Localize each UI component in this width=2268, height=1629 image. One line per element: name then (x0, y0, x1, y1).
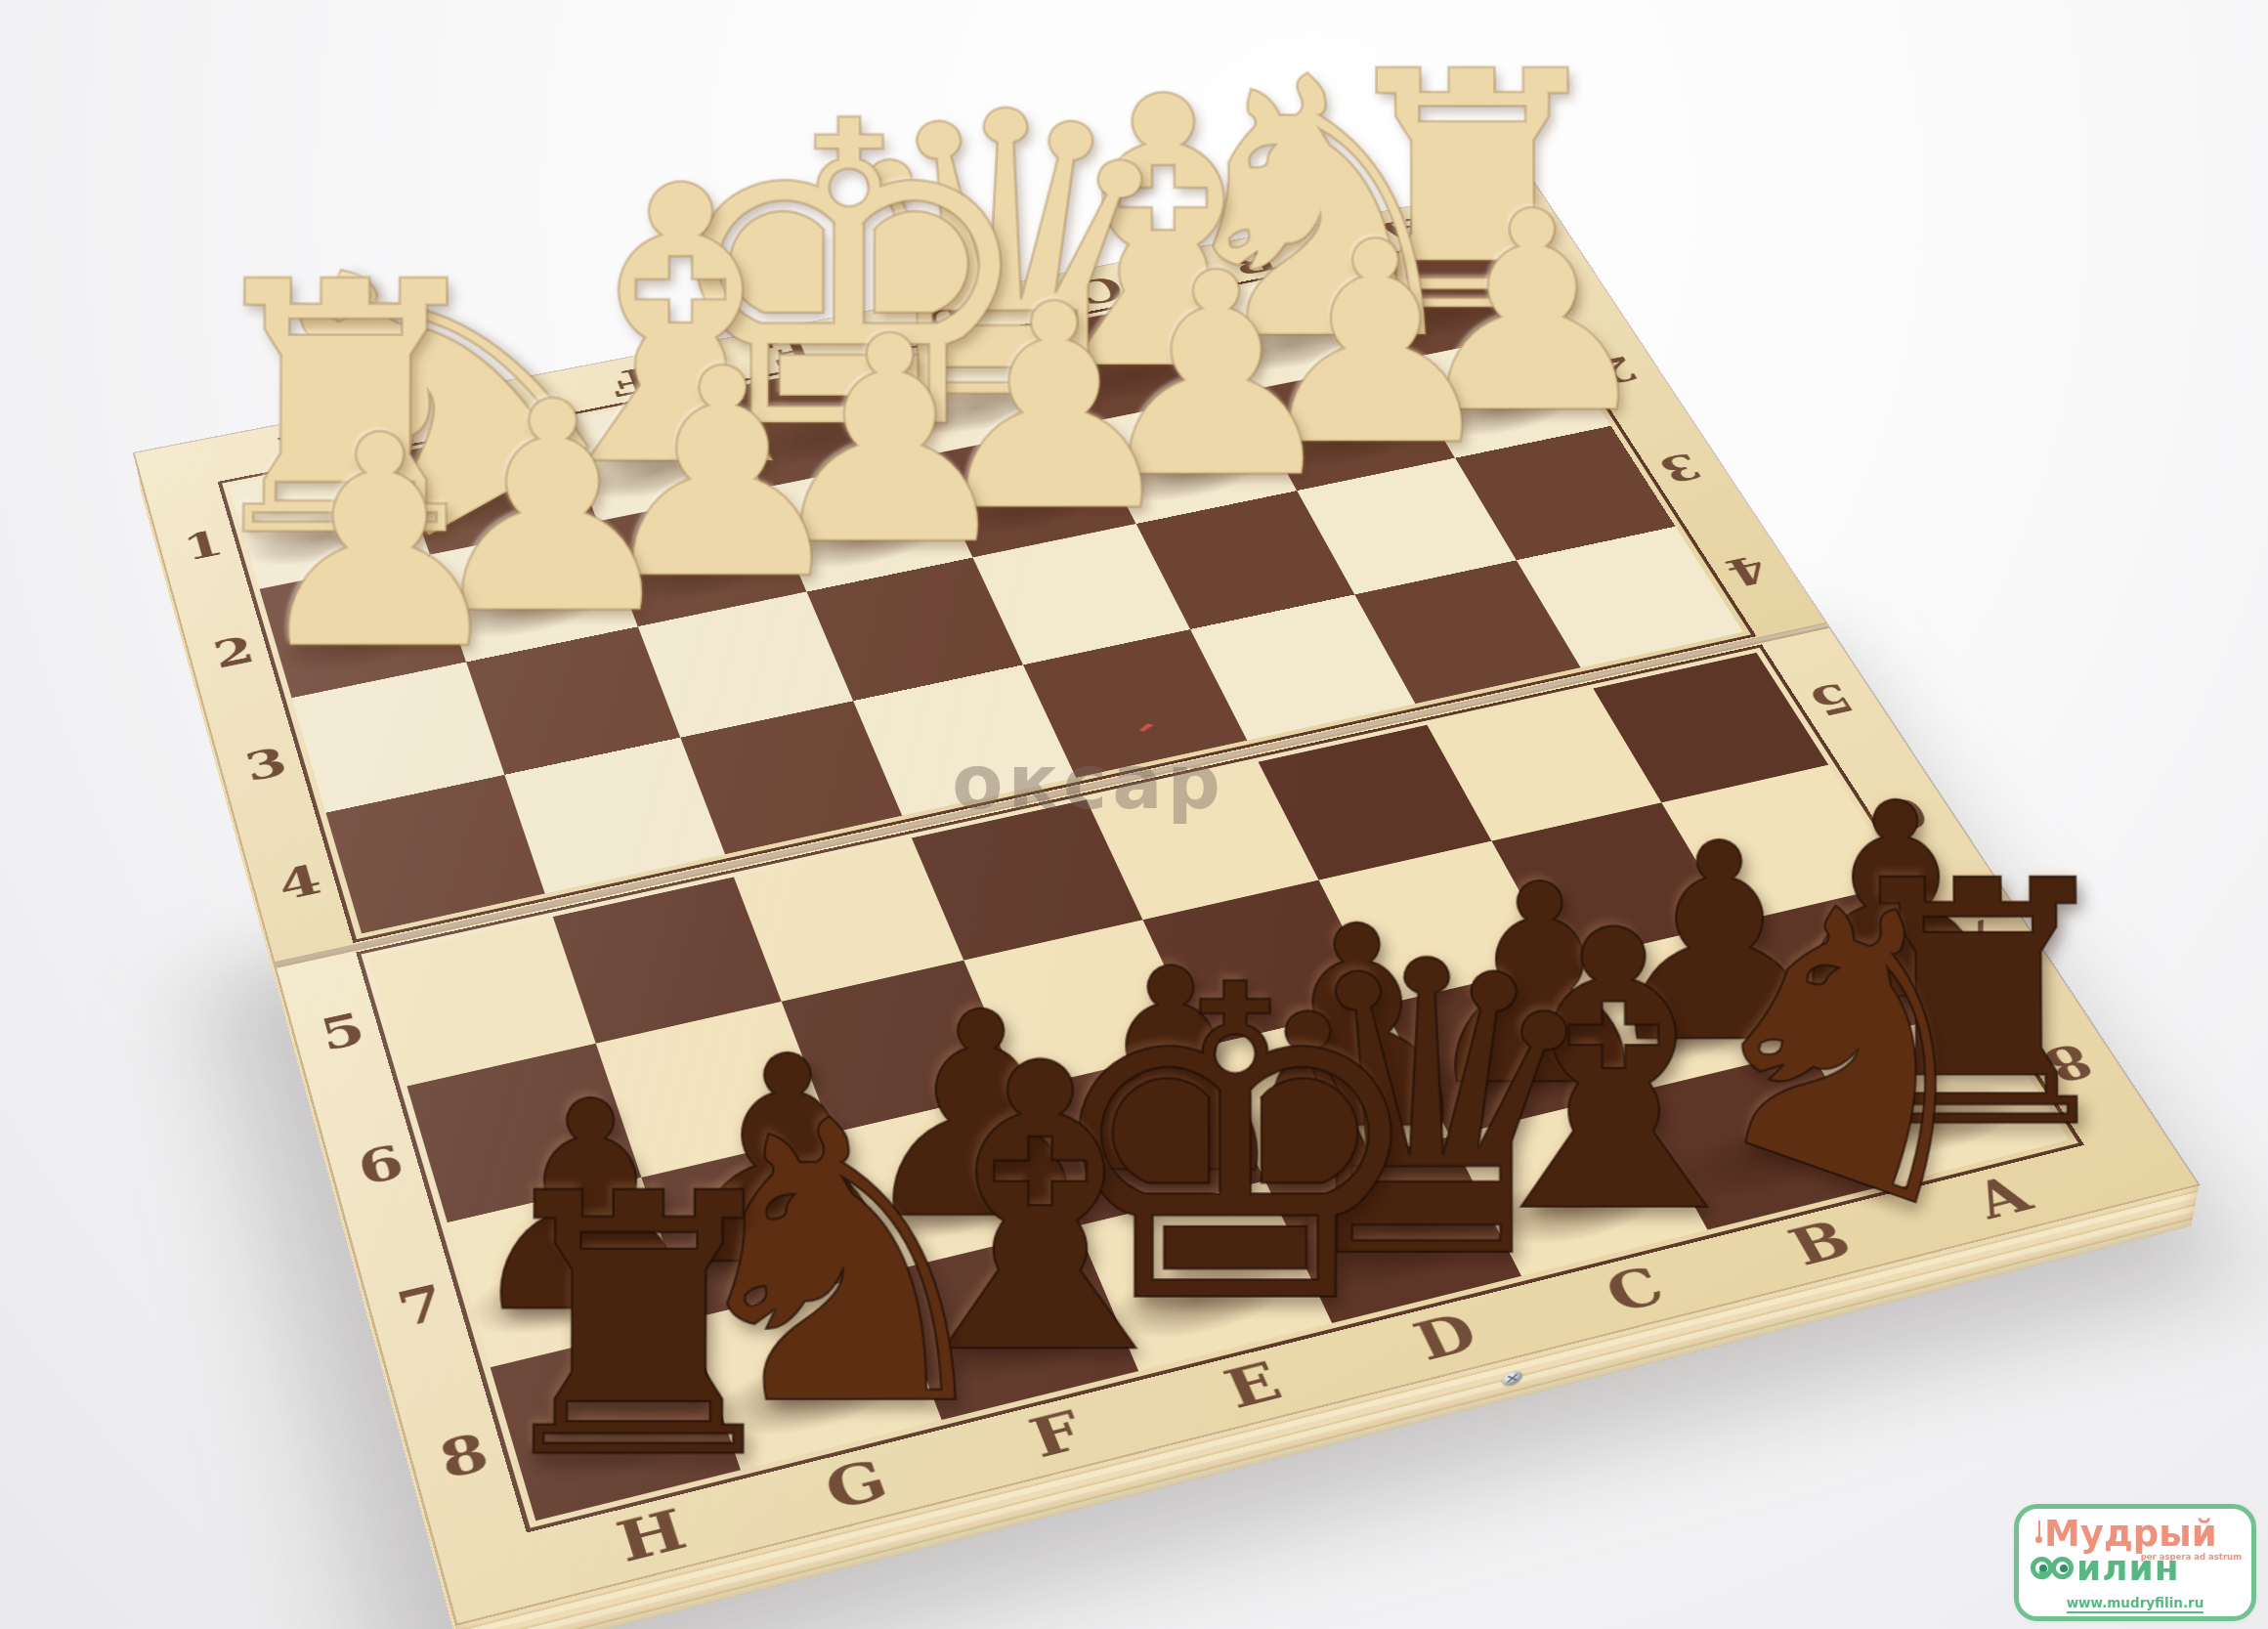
owl-icon: илин (2031, 1548, 2180, 1588)
graduation-tassel-icon (2038, 1521, 2040, 1537)
owl-eye-icon (2051, 1557, 2074, 1579)
owl-beak-icon (2038, 1571, 2048, 1580)
photo-scene: ♜♞♝♚♛♝♞♜♟♟♟♟♟♟♟♟ 11223344HGFEDCBA ♟♟♟♟♟♟… (0, 0, 2268, 1629)
piece-black-rook-h8[interactable]: ♜ (401, 1161, 876, 1493)
square-h2[interactable]: ♟ (259, 554, 466, 697)
square-h8[interactable]: ♜ (490, 1319, 740, 1521)
mudry-filin-logo: Мудрый per aspera ad astrum илин www.mud… (2014, 1504, 2256, 1621)
rank-label-left-3: 3 (217, 734, 315, 793)
rank-label-left-5: 5 (290, 998, 394, 1064)
chess-board: ♜♞♝♚♛♝♞♜♟♟♟♟♟♟♟♟ 11223344HGFEDCBA ♟♟♟♟♟♟… (134, 183, 2195, 1620)
rank-label-right-3: 3 (1631, 442, 1729, 493)
piece-white-pawn-h2[interactable]: ♟ (179, 409, 578, 678)
rank-label-left-4: 4 (249, 850, 350, 912)
hinge-screw (1501, 1369, 1521, 1388)
logo-url: www.mudryfilin.ru (2019, 1595, 2251, 1610)
logo-subtitle: илин (2076, 1548, 2180, 1588)
